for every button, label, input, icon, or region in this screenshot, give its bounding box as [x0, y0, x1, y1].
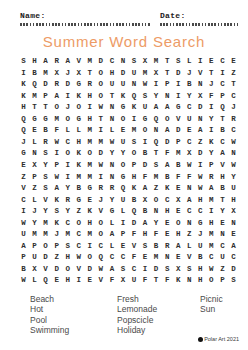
- grid-cell: S: [228, 275, 239, 287]
- grid-cell: P: [117, 229, 128, 241]
- grid-cell: I: [62, 172, 73, 184]
- grid-cell: M: [84, 137, 95, 149]
- grid-cell: A: [184, 195, 195, 207]
- grid-cell: I: [84, 241, 95, 253]
- grid-cell: V: [217, 160, 228, 172]
- grid-cell: E: [29, 125, 40, 137]
- grid-cell: V: [173, 114, 184, 126]
- grid-cell: M: [129, 125, 140, 137]
- grid-cell: P: [129, 160, 140, 172]
- grid-cell: C: [195, 206, 206, 218]
- grid-cell: W: [184, 160, 195, 172]
- grid-cell: K: [84, 206, 95, 218]
- grid-cell: P: [217, 91, 228, 103]
- grid-cell: S: [117, 264, 128, 276]
- grid-cell: E: [84, 195, 95, 207]
- grid-cell: N: [151, 206, 162, 218]
- grid-cell: W: [195, 172, 206, 184]
- grid-cell: A: [140, 218, 151, 230]
- grid-cell: X: [29, 160, 40, 172]
- grid-cell: W: [18, 275, 29, 287]
- grid-cell: P: [162, 79, 173, 91]
- grid-cell: V: [18, 183, 29, 195]
- grid-cell: L: [106, 125, 117, 137]
- grid-cell: I: [195, 56, 206, 68]
- grid-cell: P: [206, 160, 217, 172]
- word-item: Beach: [30, 294, 69, 304]
- grid-cell: I: [117, 218, 128, 230]
- grid-cell: Y: [217, 206, 228, 218]
- grid-cell: A: [151, 102, 162, 114]
- grid-cell: N: [217, 229, 228, 241]
- grid-cell: A: [162, 102, 173, 114]
- grid-cell: U: [184, 114, 195, 126]
- grid-cell: V: [95, 206, 106, 218]
- grid-cell: N: [195, 79, 206, 91]
- grid-cell: V: [40, 264, 51, 276]
- grid-cell: G: [173, 102, 184, 114]
- grid-cell: T: [228, 79, 239, 91]
- grid-cell: W: [228, 137, 239, 149]
- grid-cell: O: [95, 79, 106, 91]
- grid-cell: A: [40, 56, 51, 68]
- grid-cell: V: [129, 241, 140, 253]
- grid-cell: S: [129, 56, 140, 68]
- grid-cell: M: [206, 195, 217, 207]
- grid-cell: M: [62, 229, 73, 241]
- grid-cell: Z: [228, 68, 239, 80]
- grid-cell: C: [162, 195, 173, 207]
- grid-cell: H: [228, 195, 239, 207]
- grid-cell: W: [95, 160, 106, 172]
- grid-cell: B: [162, 172, 173, 184]
- grid-cell: H: [129, 172, 140, 184]
- grid-cell: C: [106, 56, 117, 68]
- grid-cell: B: [217, 183, 228, 195]
- grid-cell: S: [151, 160, 162, 172]
- grid-cell: D: [228, 264, 239, 276]
- grid-cell: I: [73, 275, 84, 287]
- grid-cell: L: [106, 218, 117, 230]
- grid-cell: U: [140, 102, 151, 114]
- grid-cell: D: [151, 264, 162, 276]
- grid-cell: Y: [117, 148, 128, 160]
- grid-cell: B: [173, 160, 184, 172]
- grid-cell: Z: [51, 252, 62, 264]
- word-item: Sun: [200, 304, 223, 314]
- grid-cell: I: [129, 114, 140, 126]
- grid-cell: A: [106, 229, 117, 241]
- grid-cell: G: [84, 183, 95, 195]
- grid-cell: J: [206, 79, 217, 91]
- grid-cell: N: [29, 148, 40, 160]
- grid-cell: M: [151, 172, 162, 184]
- grid-cell: L: [29, 137, 40, 149]
- grid-cell: F: [140, 275, 151, 287]
- grid-cell: E: [117, 125, 128, 137]
- grid-cell: T: [217, 195, 228, 207]
- grid-cell: W: [51, 172, 62, 184]
- grid-cell: M: [51, 114, 62, 126]
- grid-cell: U: [129, 68, 140, 80]
- grid-cell: O: [173, 218, 184, 230]
- grid-cell: S: [129, 137, 140, 149]
- grid-cell: A: [162, 160, 173, 172]
- grid-cell: D: [173, 68, 184, 80]
- grid-cell: C: [228, 125, 239, 137]
- grid-cell: Q: [29, 79, 40, 91]
- word-list-column-3: Picnic Sun: [200, 294, 223, 315]
- grid-cell: W: [95, 264, 106, 276]
- grid-cell: T: [151, 148, 162, 160]
- grid-cell: H: [18, 102, 29, 114]
- grid-cell: T: [217, 114, 228, 126]
- grid-cell: N: [151, 125, 162, 137]
- grid-cell: X: [117, 275, 128, 287]
- grid-cell: C: [117, 252, 128, 264]
- grid-cell: O: [151, 195, 162, 207]
- grid-cell: L: [184, 241, 195, 253]
- grid-cell: M: [151, 252, 162, 264]
- grid-cell: C: [206, 252, 217, 264]
- grid-cell: Z: [29, 183, 40, 195]
- grid-cell: S: [173, 56, 184, 68]
- grid-cell: D: [117, 68, 128, 80]
- name-blank-line: [20, 23, 150, 26]
- grid-cell: S: [140, 91, 151, 103]
- grid-cell: Q: [129, 91, 140, 103]
- grid-cell: E: [184, 125, 195, 137]
- grid-cell: A: [206, 183, 217, 195]
- grid-cell: O: [62, 114, 73, 126]
- grid-cell: O: [162, 114, 173, 126]
- grid-cell: Z: [73, 206, 84, 218]
- grid-cell: V: [95, 275, 106, 287]
- grid-cell: M: [84, 172, 95, 184]
- grid-cell: I: [151, 79, 162, 91]
- grid-cell: U: [228, 183, 239, 195]
- grid-cell: X: [195, 91, 206, 103]
- grid-cell: B: [184, 79, 195, 91]
- grid-cell: B: [151, 241, 162, 253]
- grid-cell: G: [117, 172, 128, 184]
- grid-cell: F: [140, 172, 151, 184]
- grid-cell: B: [73, 183, 84, 195]
- grid-cell: C: [228, 252, 239, 264]
- grid-cell: S: [62, 241, 73, 253]
- grid-cell: D: [62, 79, 73, 91]
- grid-cell: O: [84, 252, 95, 264]
- grid-cell: B: [40, 125, 51, 137]
- grid-cell: E: [228, 229, 239, 241]
- grid-cell: K: [73, 91, 84, 103]
- grid-cell: E: [117, 241, 128, 253]
- word-item: Pool: [30, 315, 69, 325]
- grid-cell: X: [73, 68, 84, 80]
- grid-cell: L: [62, 125, 73, 137]
- grid-cell: O: [95, 91, 106, 103]
- grid-cell: E: [51, 275, 62, 287]
- grid-cell: T: [29, 102, 40, 114]
- grid-cell: N: [228, 218, 239, 230]
- grid-cell: G: [18, 148, 29, 160]
- grid-cell: P: [51, 241, 62, 253]
- grid-cell: Y: [206, 114, 217, 126]
- grid-cell: P: [51, 160, 62, 172]
- word-item: Lemonade: [117, 304, 157, 314]
- grid-cell: H: [195, 264, 206, 276]
- grid-cell: V: [184, 252, 195, 264]
- grid-cell: H: [84, 218, 95, 230]
- grid-cell: O: [95, 229, 106, 241]
- grid-cell: R: [106, 183, 117, 195]
- grid-cell: N: [195, 114, 206, 126]
- grid-cell: N: [106, 160, 117, 172]
- grid-cell: E: [217, 218, 228, 230]
- word-list-column-1: Beach Hot Pool Swimming: [30, 294, 69, 335]
- grid-cell: C: [106, 252, 117, 264]
- grid-cell: W: [206, 264, 217, 276]
- grid-cell: K: [18, 91, 29, 103]
- grid-cell: E: [140, 252, 151, 264]
- grid-cell: A: [195, 125, 206, 137]
- grid-cell: F: [151, 229, 162, 241]
- grid-cell: O: [95, 68, 106, 80]
- grid-cell: S: [184, 264, 195, 276]
- grid-cell: K: [51, 218, 62, 230]
- grid-cell: T: [206, 68, 217, 80]
- grid-cell: R: [40, 137, 51, 149]
- grid-cell: A: [173, 241, 184, 253]
- grid-cell: O: [140, 125, 151, 137]
- grid-cell: X: [140, 195, 151, 207]
- grid-cell: C: [73, 229, 84, 241]
- grid-cell: L: [184, 56, 195, 68]
- grid-cell: H: [195, 275, 206, 287]
- grid-cell: I: [206, 125, 217, 137]
- grid-cell: M: [40, 68, 51, 80]
- grid-cell: E: [162, 218, 173, 230]
- grid-cell: K: [162, 183, 173, 195]
- grid-cell: E: [173, 252, 184, 264]
- grid-cell: K: [18, 79, 29, 91]
- grid-cell: G: [117, 102, 128, 114]
- grid-cell: M: [173, 148, 184, 160]
- grid-cell: E: [18, 160, 29, 172]
- grid-cell: O: [73, 218, 84, 230]
- grid-cell: U: [117, 195, 128, 207]
- grid-cell: H: [62, 252, 73, 264]
- grid-cell: H: [206, 218, 217, 230]
- grid-cell: S: [162, 264, 173, 276]
- grid-cell: C: [228, 91, 239, 103]
- grid-cell: D: [40, 252, 51, 264]
- grid-cell: P: [40, 91, 51, 103]
- grid-cell: B: [140, 148, 151, 160]
- grid-cell: I: [18, 206, 29, 218]
- grid-cell: J: [18, 137, 29, 149]
- grid-cell: T: [95, 114, 106, 126]
- grid-cell: O: [129, 148, 140, 160]
- grid-cell: H: [73, 137, 84, 149]
- grid-cell: X: [140, 56, 151, 68]
- grid-cell: V: [73, 56, 84, 68]
- grid-cell: Y: [40, 206, 51, 218]
- grid-cell: J: [29, 206, 40, 218]
- grid-cell: D: [95, 56, 106, 68]
- grid-cell: G: [73, 79, 84, 91]
- grid-cell: S: [40, 148, 51, 160]
- grid-cell: M: [29, 229, 40, 241]
- grid-cell: T: [40, 102, 51, 114]
- grid-cell: D: [140, 160, 151, 172]
- word-item: Hot: [30, 304, 69, 314]
- grid-cell: C: [217, 79, 228, 91]
- word-item: Fresh: [117, 294, 157, 304]
- grid-cell: M: [206, 229, 217, 241]
- grid-cell: H: [195, 195, 206, 207]
- grid-cell: B: [195, 252, 206, 264]
- grid-cell: C: [184, 206, 195, 218]
- grid-cell: I: [62, 91, 73, 103]
- grid-cell: D: [40, 79, 51, 91]
- grid-cell: S: [40, 183, 51, 195]
- grid-cell: F: [162, 148, 173, 160]
- grid-cell: T: [162, 68, 173, 80]
- grid-cell: C: [18, 195, 29, 207]
- grid-cell: R: [62, 195, 73, 207]
- grid-cell: N: [106, 172, 117, 184]
- grid-cell: R: [162, 241, 173, 253]
- grid-cell: X: [51, 68, 62, 80]
- grid-cell: S: [40, 172, 51, 184]
- grid-cell: M: [151, 56, 162, 68]
- grid-cell: L: [73, 125, 84, 137]
- grid-cell: F: [129, 252, 140, 264]
- date-label: Date:: [160, 11, 186, 20]
- grid-cell: W: [140, 79, 151, 91]
- grid-cell: U: [117, 79, 128, 91]
- grid-cell: C: [73, 241, 84, 253]
- grid-cell: A: [62, 56, 73, 68]
- grid-cell: R: [51, 56, 62, 68]
- grid-cell: C: [62, 137, 73, 149]
- grid-cell: E: [173, 183, 184, 195]
- grid-cell: K: [73, 160, 84, 172]
- grid-cell: Y: [29, 218, 40, 230]
- grid-cell: F: [129, 229, 140, 241]
- grid-cell: C: [217, 241, 228, 253]
- grid-cell: T: [106, 91, 117, 103]
- grid-cell: H: [162, 206, 173, 218]
- grid-cell: O: [117, 160, 128, 172]
- grid-cell: N: [129, 79, 140, 91]
- grid-cell: I: [84, 102, 95, 114]
- grid-cell: R: [206, 172, 217, 184]
- grid-cell: I: [195, 160, 206, 172]
- grid-cell: A: [217, 148, 228, 160]
- grid-cell: P: [18, 252, 29, 264]
- grid-cell: X: [228, 206, 239, 218]
- grid-cell: F: [106, 275, 117, 287]
- grid-cell: P: [29, 172, 40, 184]
- grid-cell: I: [95, 172, 106, 184]
- grid-cell: Q: [95, 252, 106, 264]
- grid-cell: V: [195, 68, 206, 80]
- grid-cell: A: [51, 91, 62, 103]
- grid-cell: A: [18, 241, 29, 253]
- grid-cell: B: [129, 195, 140, 207]
- grid-cell: S: [51, 206, 62, 218]
- grid-cell: Q: [18, 125, 29, 137]
- word-search-grid: SHARAVMDCNSXMTSLIECEIBMXJXTOHDUMXTDJVTIZ…: [18, 56, 239, 287]
- grid-cell: Q: [117, 183, 128, 195]
- grid-cell: W: [195, 183, 206, 195]
- grid-cell: A: [106, 264, 117, 276]
- grid-cell: I: [18, 68, 29, 80]
- grid-cell: D: [195, 148, 206, 160]
- grid-cell: X: [173, 195, 184, 207]
- grid-cell: I: [140, 137, 151, 149]
- grid-cell: M: [73, 172, 84, 184]
- grid-cell: H: [84, 114, 95, 126]
- grid-cell: M: [84, 229, 95, 241]
- grid-cell: H: [106, 68, 117, 80]
- polar-art-logo-icon: [198, 337, 203, 342]
- grid-cell: B: [18, 264, 29, 276]
- grid-cell: J: [62, 102, 73, 114]
- grid-cell: M: [29, 91, 40, 103]
- grid-cell: N: [184, 183, 195, 195]
- grid-cell: I: [95, 125, 106, 137]
- grid-cell: I: [206, 206, 217, 218]
- grid-cell: D: [95, 148, 106, 160]
- grid-cell: R: [84, 79, 95, 91]
- grid-cell: L: [117, 206, 128, 218]
- grid-cell: J: [228, 102, 239, 114]
- grid-cell: E: [228, 56, 239, 68]
- grid-cell: Y: [62, 206, 73, 218]
- grid-cell: Y: [106, 195, 117, 207]
- grid-cell: U: [129, 275, 140, 287]
- grid-cell: X: [184, 148, 195, 160]
- grid-cell: I: [62, 160, 73, 172]
- grid-cell: E: [84, 275, 95, 287]
- grid-cell: F: [51, 125, 62, 137]
- grid-cell: D: [173, 125, 184, 137]
- grid-cell: W: [228, 160, 239, 172]
- grid-cell: G: [140, 114, 151, 126]
- grid-cell: P: [173, 137, 184, 149]
- grid-cell: D: [195, 102, 206, 114]
- grid-cell: L: [29, 275, 40, 287]
- grid-cell: X: [151, 68, 162, 80]
- grid-cell: G: [195, 218, 206, 230]
- grid-cell: U: [217, 252, 228, 264]
- grid-cell: C: [62, 218, 73, 230]
- grid-cell: N: [162, 91, 173, 103]
- grid-cell: H: [62, 275, 73, 287]
- grid-cell: J: [95, 195, 106, 207]
- name-label: Name:: [20, 11, 46, 20]
- grid-cell: F: [162, 275, 173, 287]
- grid-cell: B: [140, 206, 151, 218]
- worksheet-page: Name: Date: Summer Word Search SHARAVMDC…: [0, 0, 248, 350]
- grid-cell: Z: [151, 183, 162, 195]
- grid-cell: G: [106, 206, 117, 218]
- grid-cell: Z: [195, 137, 206, 149]
- grid-cell: Y: [106, 148, 117, 160]
